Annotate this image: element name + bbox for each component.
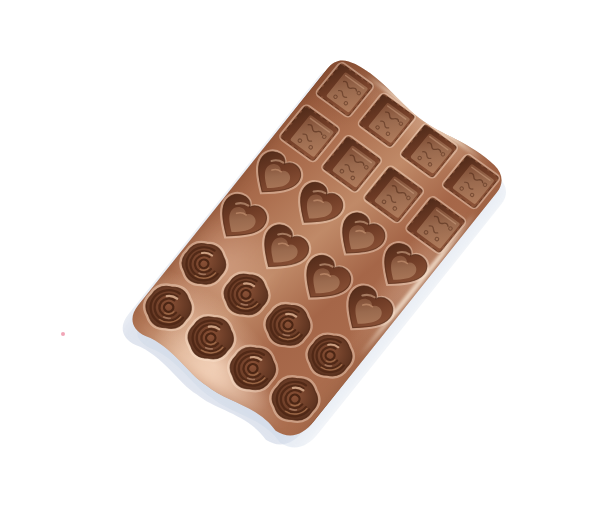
pink-speck [61,332,65,336]
photo-scene [0,0,600,518]
